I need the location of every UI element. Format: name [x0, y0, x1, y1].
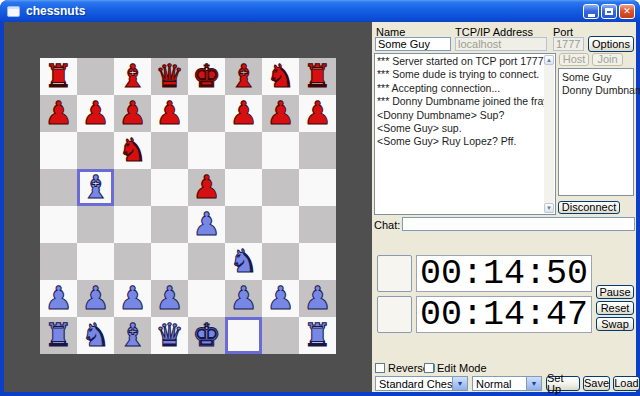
square-c5[interactable]	[114, 169, 151, 206]
square-c4[interactable]	[114, 206, 151, 243]
host-button[interactable]: Host	[559, 53, 589, 66]
window-content: ♜♝♛♚♝♞♜♟♟♟♟♟♟♟♞♝♟♟♞♟♟♟♟♟♟♟♜♞♝♛♚♜ Name TC…	[4, 22, 636, 392]
red-rook: ♜	[303, 58, 332, 95]
blue-pawn: ♟	[44, 280, 73, 317]
minimize-icon	[588, 14, 595, 17]
square-f4[interactable]	[225, 206, 262, 243]
blue-bishop: ♝	[81, 169, 110, 206]
square-h5[interactable]	[299, 169, 336, 206]
square-g4[interactable]	[262, 206, 299, 243]
square-d8[interactable]: ♛	[151, 58, 188, 95]
square-d1[interactable]: ♛	[151, 317, 188, 354]
square-g3[interactable]	[262, 243, 299, 280]
red-king: ♚	[192, 58, 221, 95]
square-a5[interactable]	[40, 169, 77, 206]
chat-message: *** Server started on TCP port 17777	[377, 55, 542, 68]
swap-button[interactable]: Swap	[596, 317, 634, 331]
square-d3[interactable]	[151, 243, 188, 280]
square-h1[interactable]: ♜	[299, 317, 336, 354]
blue-king: ♚	[192, 317, 221, 354]
square-f2[interactable]: ♟	[225, 280, 262, 317]
square-f5[interactable]	[225, 169, 262, 206]
name-input[interactable]	[375, 37, 451, 51]
square-e7[interactable]	[188, 95, 225, 132]
square-c7[interactable]: ♟	[114, 95, 151, 132]
app-icon	[7, 6, 20, 17]
chat-message: *** Some dude is trying to connect.	[377, 68, 542, 81]
square-h7[interactable]: ♟	[299, 95, 336, 132]
square-b7[interactable]: ♟	[77, 95, 114, 132]
square-h4[interactable]	[299, 206, 336, 243]
chess-board: ♜♝♛♚♝♞♜♟♟♟♟♟♟♟♞♝♟♟♞♟♟♟♟♟♟♟♜♞♝♛♚♜	[40, 58, 336, 354]
square-h2[interactable]: ♟	[299, 280, 336, 317]
disconnect-button[interactable]: Disconnect	[558, 201, 620, 214]
square-c1[interactable]: ♝	[114, 317, 151, 354]
square-e2[interactable]	[188, 280, 225, 317]
blue-pawn: ♟	[303, 280, 332, 317]
square-f8[interactable]: ♝	[225, 58, 262, 95]
square-d2[interactable]: ♟	[151, 280, 188, 317]
red-pawn: ♟	[192, 169, 221, 206]
reversed-checkbox[interactable]	[375, 363, 385, 373]
maximize-button[interactable]	[601, 4, 617, 19]
square-d7[interactable]: ♟	[151, 95, 188, 132]
square-h3[interactable]	[299, 243, 336, 280]
chat-label: Chat:	[374, 219, 400, 231]
minimize-button[interactable]	[583, 4, 599, 19]
blue-pawn: ♟	[118, 280, 147, 317]
bottom-clock-select-button[interactable]	[377, 296, 412, 333]
chat-scrollbar[interactable]: ▲ ▼	[544, 55, 554, 213]
join-button[interactable]: Join	[592, 53, 623, 66]
chat-log[interactable]: *** Server started on TCP port 17777*** …	[374, 53, 556, 215]
square-f3[interactable]: ♞	[225, 243, 262, 280]
save-button[interactable]: Save	[583, 376, 610, 391]
reset-button[interactable]: Reset	[596, 301, 634, 315]
pause-button[interactable]: Pause	[596, 285, 634, 299]
square-g5[interactable]	[262, 169, 299, 206]
blue-rook: ♜	[44, 317, 73, 354]
square-g7[interactable]: ♟	[262, 95, 299, 132]
red-pawn: ♟	[266, 95, 295, 132]
chat-input[interactable]	[402, 217, 635, 231]
square-a3[interactable]	[40, 243, 77, 280]
square-e5[interactable]: ♟	[188, 169, 225, 206]
blue-bishop: ♝	[118, 317, 147, 354]
right-panel: Name TCP/IP Address Port Options *** Ser…	[372, 22, 636, 392]
square-d4[interactable]	[151, 206, 188, 243]
square-b1[interactable]: ♞	[77, 317, 114, 354]
blue-pawn: ♟	[155, 280, 184, 317]
blue-rook: ♜	[303, 317, 332, 354]
player-list-item[interactable]: Some Guy	[562, 71, 630, 84]
chat-message: <Some Guy> sup.	[377, 122, 542, 135]
square-a8[interactable]: ♜	[40, 58, 77, 95]
red-knight: ♞	[118, 132, 147, 169]
square-e3[interactable]	[188, 243, 225, 280]
square-c6[interactable]: ♞	[114, 132, 151, 169]
port-input[interactable]	[553, 37, 584, 51]
square-g8[interactable]: ♞	[262, 58, 299, 95]
chat-message: <Some Guy> Ruy Lopez? Pff.	[377, 135, 542, 148]
chevron-down-icon[interactable]: ▼	[452, 377, 467, 390]
square-a6[interactable]	[40, 132, 77, 169]
square-g6[interactable]	[262, 132, 299, 169]
bottom-clock-display: 00:14:47	[416, 296, 592, 333]
variant-select[interactable]: Standard Chess ▼	[375, 376, 468, 391]
edit-mode-checkbox[interactable]	[424, 363, 434, 373]
square-a4[interactable]	[40, 206, 77, 243]
square-h6[interactable]	[299, 132, 336, 169]
speed-select[interactable]: Normal ▼	[472, 376, 542, 391]
edit-mode-label: Edit Mode	[437, 362, 487, 374]
red-pawn: ♟	[118, 95, 147, 132]
square-a2[interactable]: ♟	[40, 280, 77, 317]
red-pawn: ♟	[81, 95, 110, 132]
title-bar[interactable]: chessnuts ✕	[0, 0, 640, 22]
square-c8[interactable]: ♝	[114, 58, 151, 95]
chat-message: *** Accepting connection...	[377, 82, 542, 95]
square-b6[interactable]	[77, 132, 114, 169]
player-list-item[interactable]: Donny Dumbname	[562, 84, 630, 97]
player-list[interactable]: Some GuyDonny Dumbname	[558, 68, 634, 196]
square-a1[interactable]: ♜	[40, 317, 77, 354]
blue-knight: ♞	[229, 243, 258, 280]
chevron-down-icon[interactable]: ▼	[526, 377, 541, 390]
square-c2[interactable]: ♟	[114, 280, 151, 317]
square-f1[interactable]	[225, 317, 262, 354]
maximize-icon	[605, 8, 613, 15]
address-input[interactable]	[455, 37, 547, 51]
blue-pawn: ♟	[192, 206, 221, 243]
chat-messages: *** Server started on TCP port 17777*** …	[377, 55, 542, 149]
square-b5[interactable]: ♝	[77, 169, 114, 206]
blue-queen: ♛	[155, 317, 184, 354]
variant-value: Standard Chess	[379, 378, 458, 390]
red-rook: ♜	[44, 58, 73, 95]
square-e4[interactable]: ♟	[188, 206, 225, 243]
top-clock-select-button[interactable]	[377, 255, 412, 292]
red-pawn: ♟	[303, 95, 332, 132]
load-button[interactable]: Load	[613, 376, 640, 391]
square-b3[interactable]	[77, 243, 114, 280]
chat-message: <Donny Dumbname> Sup?	[377, 109, 542, 122]
square-e8[interactable]: ♚	[188, 58, 225, 95]
red-pawn: ♟	[155, 95, 184, 132]
chat-message: *** Donny Dumbname joined the fray.	[377, 95, 542, 108]
square-b8[interactable]	[77, 58, 114, 95]
speed-value: Normal	[476, 378, 511, 390]
square-e6[interactable]	[188, 132, 225, 169]
square-a7[interactable]: ♟	[40, 95, 77, 132]
square-g2[interactable]: ♟	[262, 280, 299, 317]
square-b2[interactable]: ♟	[77, 280, 114, 317]
square-d6[interactable]	[151, 132, 188, 169]
red-queen: ♛	[155, 58, 184, 95]
square-f7[interactable]: ♟	[225, 95, 262, 132]
options-button[interactable]: Options	[588, 36, 634, 52]
blue-pawn: ♟	[229, 280, 258, 317]
square-f6[interactable]	[225, 132, 262, 169]
close-icon: ✕	[623, 7, 631, 16]
red-bishop: ♝	[118, 58, 147, 95]
scroll-up-icon[interactable]: ▲	[544, 55, 554, 65]
square-c3[interactable]	[114, 243, 151, 280]
square-d5[interactable]	[151, 169, 188, 206]
scroll-down-icon[interactable]: ▼	[544, 203, 554, 213]
blue-knight: ♞	[81, 317, 110, 354]
setup-button[interactable]: Set Up	[546, 376, 580, 391]
square-e1[interactable]: ♚	[188, 317, 225, 354]
blue-pawn: ♟	[266, 280, 295, 317]
red-knight: ♞	[266, 58, 295, 95]
red-pawn: ♟	[44, 95, 73, 132]
square-g1[interactable]	[262, 317, 299, 354]
square-h8[interactable]: ♜	[299, 58, 336, 95]
blue-pawn: ♟	[81, 280, 110, 317]
top-clock-display: 00:14:50	[416, 255, 592, 292]
red-bishop: ♝	[229, 58, 258, 95]
window-title: chessnuts	[26, 4, 85, 18]
app-window: chessnuts ✕ ♜♝♛♚♝♞♜♟♟♟♟♟♟♟♞♝♟♟♞♟♟♟♟♟♟♟♜♞…	[0, 0, 640, 396]
board-panel: ♜♝♛♚♝♞♜♟♟♟♟♟♟♟♞♝♟♟♞♟♟♟♟♟♟♟♜♞♝♛♚♜	[4, 22, 372, 392]
close-button[interactable]: ✕	[619, 4, 635, 19]
red-pawn: ♟	[229, 95, 258, 132]
square-b4[interactable]	[77, 206, 114, 243]
